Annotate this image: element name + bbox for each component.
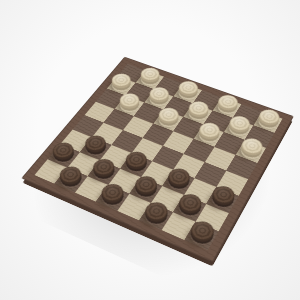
scene-background: [0, 0, 300, 300]
checker-dark[interactable]: [187, 224, 217, 249]
board-3d-wrapper: [21, 57, 294, 262]
checkers-board: [21, 57, 294, 262]
